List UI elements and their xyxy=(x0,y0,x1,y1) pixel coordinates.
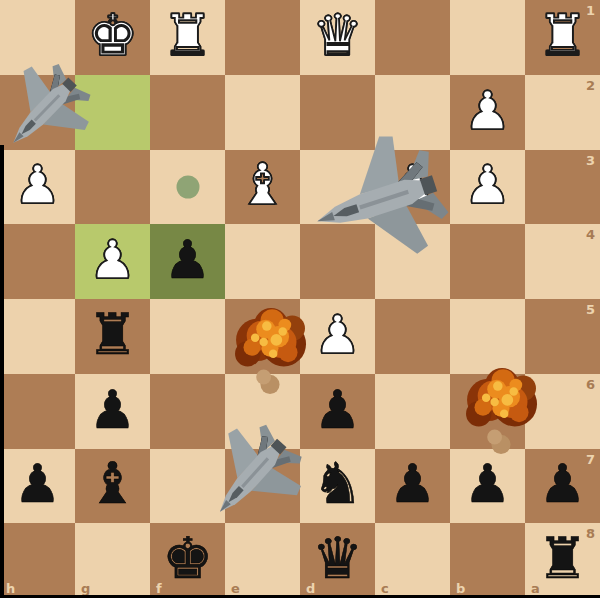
rank-label-2: 2 xyxy=(586,78,595,93)
square-f5[interactable] xyxy=(150,299,225,374)
square-a8[interactable]: ♜8a xyxy=(525,523,600,598)
piece-black-p-d6[interactable]: ♟ xyxy=(300,372,375,447)
board-grid: ♚♜♛♜1♟2♟♝♟♟3♟♟4♜♟5♟♟6♟♝♞♟♟♟7hg♚fe♛dcb♜8a xyxy=(0,0,600,598)
square-d8[interactable]: ♛d xyxy=(300,523,375,598)
file-label-a: a xyxy=(531,581,540,596)
square-g3[interactable] xyxy=(75,150,150,225)
rank-label-7: 7 xyxy=(586,452,595,467)
piece-black-p-a7[interactable]: ♟ xyxy=(525,447,600,522)
square-g5[interactable]: ♜ xyxy=(75,299,150,374)
piece-black-p-b7[interactable]: ♟ xyxy=(450,447,525,522)
square-d2[interactable] xyxy=(300,75,375,150)
rank-label-8: 8 xyxy=(586,526,595,541)
square-e3[interactable]: ♝ xyxy=(225,150,300,225)
piece-black-b-g7[interactable]: ♝ xyxy=(75,447,150,522)
square-c3[interactable]: ♟ xyxy=(375,150,450,225)
piece-white-p-g4[interactable]: ♟ xyxy=(75,222,150,297)
piece-black-p-g6[interactable]: ♟ xyxy=(75,372,150,447)
square-c2[interactable] xyxy=(375,75,450,150)
square-h8[interactable]: h xyxy=(0,523,75,598)
square-g4[interactable]: ♟ xyxy=(75,224,150,299)
square-e4[interactable] xyxy=(225,224,300,299)
square-c4[interactable] xyxy=(375,224,450,299)
piece-white-b-e3[interactable]: ♝ xyxy=(225,148,300,223)
square-c5[interactable] xyxy=(375,299,450,374)
square-f7[interactable] xyxy=(150,449,225,524)
piece-white-p-c3[interactable]: ♟ xyxy=(375,148,450,223)
square-d4[interactable] xyxy=(300,224,375,299)
square-e1[interactable] xyxy=(225,0,300,75)
square-a5[interactable]: 5 xyxy=(525,299,600,374)
square-f2[interactable] xyxy=(150,75,225,150)
move-hint-dot-f3[interactable] xyxy=(176,175,199,198)
rank-label-1: 1 xyxy=(586,3,595,18)
file-label-c: c xyxy=(381,581,389,596)
piece-black-p-f4[interactable]: ♟ xyxy=(150,222,225,297)
square-d7[interactable]: ♞ xyxy=(300,449,375,524)
square-h5[interactable] xyxy=(0,299,75,374)
piece-black-r-g5[interactable]: ♜ xyxy=(75,297,150,372)
piece-white-p-b3[interactable]: ♟ xyxy=(450,148,525,223)
piece-black-r-a8[interactable]: ♜ xyxy=(525,521,600,596)
square-f3[interactable] xyxy=(150,150,225,225)
left-edge-border xyxy=(0,145,4,598)
piece-white-r-f1[interactable]: ♜ xyxy=(150,0,225,73)
square-b6[interactable] xyxy=(450,374,525,449)
square-e7[interactable] xyxy=(225,449,300,524)
square-g1[interactable]: ♚ xyxy=(75,0,150,75)
square-e8[interactable]: e xyxy=(225,523,300,598)
piece-white-p-d5[interactable]: ♟ xyxy=(300,297,375,372)
square-c1[interactable] xyxy=(375,0,450,75)
piece-black-n-d7[interactable]: ♞ xyxy=(300,447,375,522)
square-b1[interactable] xyxy=(450,0,525,75)
square-g8[interactable]: g xyxy=(75,523,150,598)
rank-label-4: 4 xyxy=(586,227,595,242)
file-label-d: d xyxy=(306,581,315,596)
file-label-g: g xyxy=(81,581,90,596)
square-d1[interactable]: ♛ xyxy=(300,0,375,75)
square-h3[interactable]: ♟ xyxy=(0,150,75,225)
rank-label-5: 5 xyxy=(586,302,595,317)
square-b3[interactable]: ♟ xyxy=(450,150,525,225)
piece-white-r-a1[interactable]: ♜ xyxy=(525,0,600,73)
piece-white-q-d1[interactable]: ♛ xyxy=(300,0,375,73)
square-a1[interactable]: ♜1 xyxy=(525,0,600,75)
square-b7[interactable]: ♟ xyxy=(450,449,525,524)
square-d6[interactable]: ♟ xyxy=(300,374,375,449)
file-label-e: e xyxy=(231,581,240,596)
square-e6[interactable] xyxy=(225,374,300,449)
square-g7[interactable]: ♝ xyxy=(75,449,150,524)
rank-label-3: 3 xyxy=(586,153,595,168)
piece-white-p-b2[interactable]: ♟ xyxy=(450,73,525,148)
piece-black-q-d8[interactable]: ♛ xyxy=(300,521,375,596)
square-f8[interactable]: ♚f xyxy=(150,523,225,598)
square-a3[interactable]: 3 xyxy=(525,150,600,225)
chess-board: ♚♜♛♜1♟2♟♝♟♟3♟♟4♜♟5♟♟6♟♝♞♟♟♟7hg♚fe♛dcb♜8a xyxy=(0,0,600,598)
square-e5[interactable] xyxy=(225,299,300,374)
square-b8[interactable]: b xyxy=(450,523,525,598)
square-e2[interactable] xyxy=(225,75,300,150)
square-h4[interactable] xyxy=(0,224,75,299)
square-h7[interactable]: ♟ xyxy=(0,449,75,524)
square-d5[interactable]: ♟ xyxy=(300,299,375,374)
square-g6[interactable]: ♟ xyxy=(75,374,150,449)
square-f1[interactable]: ♜ xyxy=(150,0,225,75)
piece-black-p-h7[interactable]: ♟ xyxy=(0,447,75,522)
square-b2[interactable]: ♟ xyxy=(450,75,525,150)
square-h6[interactable] xyxy=(0,374,75,449)
piece-white-p-h3[interactable]: ♟ xyxy=(0,148,75,223)
file-label-h: h xyxy=(6,581,15,596)
square-c6[interactable] xyxy=(375,374,450,449)
square-a6[interactable]: 6 xyxy=(525,374,600,449)
rank-label-6: 6 xyxy=(586,377,595,392)
square-b5[interactable] xyxy=(450,299,525,374)
piece-black-p-c7[interactable]: ♟ xyxy=(375,447,450,522)
square-c8[interactable]: c xyxy=(375,523,450,598)
square-a4[interactable]: 4 xyxy=(525,224,600,299)
file-label-f: f xyxy=(156,581,162,596)
square-g2[interactable] xyxy=(75,75,150,150)
piece-white-k-g1[interactable]: ♚ xyxy=(75,0,150,73)
square-h1[interactable] xyxy=(0,0,75,75)
square-b4[interactable] xyxy=(450,224,525,299)
square-a2[interactable]: 2 xyxy=(525,75,600,150)
square-h2[interactable] xyxy=(0,75,75,150)
piece-black-k-f8[interactable]: ♚ xyxy=(150,521,225,596)
square-d3[interactable] xyxy=(300,150,375,225)
square-f4[interactable]: ♟ xyxy=(150,224,225,299)
file-label-b: b xyxy=(456,581,465,596)
square-f6[interactable] xyxy=(150,374,225,449)
square-c7[interactable]: ♟ xyxy=(375,449,450,524)
square-a7[interactable]: ♟7 xyxy=(525,449,600,524)
